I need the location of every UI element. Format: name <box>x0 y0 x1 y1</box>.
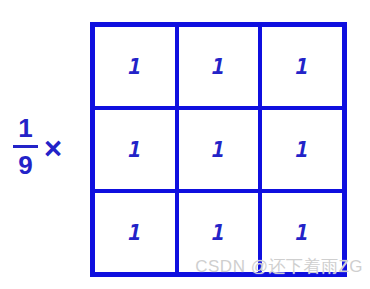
kernel-cell-r1c1: 1 <box>179 110 259 189</box>
fraction-denominator: 9 <box>12 150 39 180</box>
kernel-cell-r1c0: 1 <box>95 110 175 189</box>
fraction-bar <box>13 145 38 148</box>
kernel-cell-r2c0: 1 <box>95 193 175 272</box>
kernel-grid: 1 1 1 1 1 1 1 1 1 <box>90 22 347 277</box>
kernel-cell-r0c2: 1 <box>262 27 342 106</box>
multiply-sign: × <box>44 132 62 166</box>
kernel-cell-r1c2: 1 <box>262 110 342 189</box>
fraction-numerator: 1 <box>12 113 39 143</box>
kernel-cell-r0c1: 1 <box>179 27 259 106</box>
kernel-diagram: 1 9 × 1 1 1 1 1 1 1 1 1 CSDN @还下着雨ZG <box>0 0 370 289</box>
scalar-fraction: 1 9 <box>12 113 39 180</box>
kernel-cell-r0c0: 1 <box>95 27 175 106</box>
watermark: CSDN @还下着雨ZG <box>195 257 363 277</box>
